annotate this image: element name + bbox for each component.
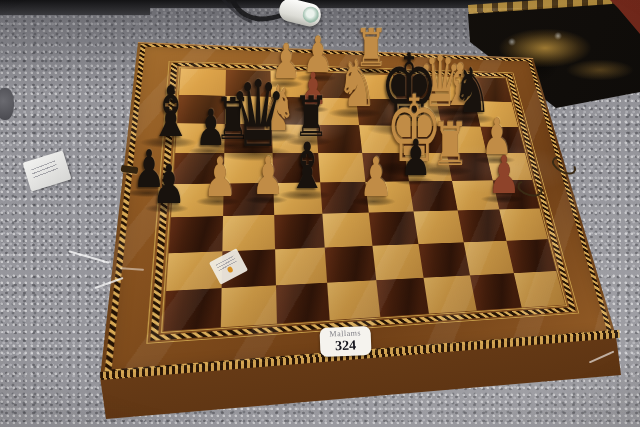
square-g5 xyxy=(446,153,492,181)
square-c3 xyxy=(274,214,325,249)
square-c5 xyxy=(272,153,320,183)
square-f3 xyxy=(414,211,463,244)
square-d6 xyxy=(316,125,362,153)
square-d4 xyxy=(320,182,369,214)
tape-roll-core xyxy=(301,5,320,24)
square-d8 xyxy=(312,72,356,98)
square-h2 xyxy=(506,239,556,273)
square-c6 xyxy=(271,124,318,153)
square-e3 xyxy=(369,212,419,246)
board-squares-grid xyxy=(163,68,564,331)
square-d7 xyxy=(314,98,359,125)
square-b6 xyxy=(225,124,273,153)
square-e8 xyxy=(353,74,396,100)
square-g4 xyxy=(452,180,500,210)
square-b3 xyxy=(223,215,275,251)
square-a5 xyxy=(173,153,224,184)
square-e5 xyxy=(362,153,409,182)
square-a6 xyxy=(175,123,225,153)
square-c7 xyxy=(271,97,316,125)
scratch-mark xyxy=(69,250,110,263)
square-e1 xyxy=(376,278,429,317)
square-a7 xyxy=(177,95,225,124)
square-f6 xyxy=(401,125,446,152)
square-h5 xyxy=(486,153,532,181)
square-a4 xyxy=(171,184,224,218)
square-g1 xyxy=(469,273,521,310)
square-c8 xyxy=(270,71,314,98)
square-g2 xyxy=(463,240,513,275)
square-c4 xyxy=(273,182,322,215)
square-g3 xyxy=(457,210,506,242)
square-e7 xyxy=(356,99,401,126)
square-f8 xyxy=(393,75,436,100)
sticker-orange-dot xyxy=(227,266,234,274)
square-f4 xyxy=(409,181,457,212)
square-h8 xyxy=(469,77,511,102)
square-g7 xyxy=(436,100,480,126)
square-b7 xyxy=(225,96,271,124)
square-b1 xyxy=(221,285,276,327)
square-a8 xyxy=(179,68,226,96)
square-c2 xyxy=(275,247,327,285)
square-g6 xyxy=(441,126,486,153)
square-c1 xyxy=(275,283,329,324)
square-b5 xyxy=(224,153,273,184)
square-h6 xyxy=(480,126,525,152)
grey-object-left-edge xyxy=(0,88,14,120)
square-d5 xyxy=(318,153,365,183)
square-a3 xyxy=(169,216,224,253)
square-b4 xyxy=(223,183,273,216)
square-f5 xyxy=(405,153,452,182)
square-b8 xyxy=(226,70,271,97)
square-h1 xyxy=(514,271,565,308)
square-g8 xyxy=(432,76,475,101)
square-e6 xyxy=(359,125,405,153)
lot-number: 324 xyxy=(320,338,371,354)
square-e4 xyxy=(365,181,413,212)
auction-lot-sticker: Mallams 324 xyxy=(320,326,372,357)
square-f7 xyxy=(397,100,441,126)
square-h7 xyxy=(474,101,518,126)
square-d3 xyxy=(322,213,372,247)
dark-wall-strip-left xyxy=(0,0,150,15)
square-d2 xyxy=(324,245,376,282)
square-a1 xyxy=(163,288,221,331)
square-f1 xyxy=(424,275,476,313)
auction-photo-scene: ♜♟♟♟♝♞♛♞♚♞♜♝♜♟♛♟♚♜♟♟♝♟♟♟♟♟ Mallams 324 xyxy=(0,0,640,427)
paper-tag-on-carpet xyxy=(23,151,72,192)
square-h3 xyxy=(499,209,547,241)
square-f2 xyxy=(419,242,470,278)
square-d1 xyxy=(327,280,380,320)
square-e2 xyxy=(372,244,423,280)
